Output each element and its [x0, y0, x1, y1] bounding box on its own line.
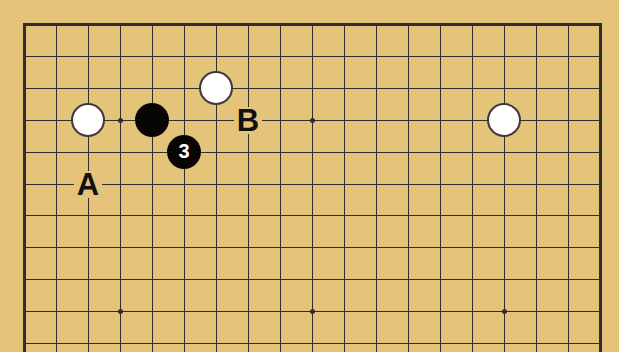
grid-line [152, 23, 153, 352]
grid-line [536, 23, 537, 352]
grid-line [23, 152, 602, 153]
grid-line [23, 184, 602, 185]
grid-line [184, 23, 185, 352]
grid-line [376, 23, 377, 352]
grid-line [568, 23, 569, 352]
grid-line [23, 88, 602, 89]
white-stone[interactable] [199, 71, 233, 105]
star-point [310, 309, 315, 314]
white-stone[interactable] [487, 103, 521, 137]
black-stone[interactable] [135, 103, 169, 137]
grid-line [248, 23, 249, 352]
grid-line [23, 247, 602, 248]
grid-line [408, 23, 409, 352]
point-label-a[interactable]: A [74, 171, 102, 198]
star-point [118, 309, 123, 314]
grid-line [23, 279, 602, 280]
star-point [502, 309, 507, 314]
grid-line [280, 23, 281, 352]
move-number: 3 [178, 141, 189, 161]
grid-line [23, 343, 602, 344]
grid-line [504, 23, 505, 352]
go-board[interactable]: AB3 [0, 0, 619, 352]
grid-line [344, 23, 345, 352]
grid-line [599, 23, 602, 352]
grid-line [56, 23, 57, 352]
grid-line [472, 23, 473, 352]
star-point [118, 118, 123, 123]
point-label-b[interactable]: B [234, 107, 262, 134]
grid-line [23, 23, 26, 352]
grid-line [120, 23, 121, 352]
grid-line [440, 23, 441, 352]
grid-line [23, 23, 602, 26]
star-point [310, 118, 315, 123]
white-stone[interactable] [71, 103, 105, 137]
grid-line [312, 23, 313, 352]
grid-line [23, 215, 602, 216]
black-stone[interactable]: 3 [167, 135, 201, 169]
grid-line [23, 56, 602, 57]
